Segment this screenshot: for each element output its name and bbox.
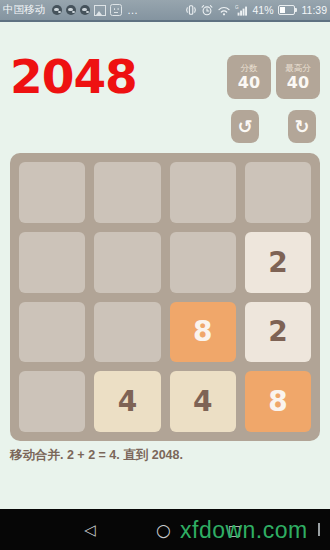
board-cell bbox=[170, 232, 236, 293]
board-cell bbox=[170, 162, 236, 223]
best-score-box: 最高分 40 bbox=[276, 55, 320, 99]
board-cell: 8 bbox=[245, 371, 311, 432]
status-bar: 中国移动 … G 41% 11:39 bbox=[0, 0, 330, 22]
undo-button[interactable]: ↺ bbox=[231, 110, 259, 143]
score-value: 40 bbox=[238, 74, 260, 91]
signal-icon: G bbox=[235, 5, 248, 16]
restart-button[interactable]: ↻ bbox=[288, 110, 316, 143]
wechat-icon bbox=[52, 5, 62, 15]
undo-icon: ↺ bbox=[237, 116, 252, 137]
board-cell bbox=[94, 302, 160, 363]
controls: ↺ ↻ bbox=[10, 110, 316, 143]
vibrate-icon bbox=[185, 4, 197, 16]
score-box: 分数 40 bbox=[227, 55, 271, 99]
board-cell: 4 bbox=[170, 371, 236, 432]
home-icon[interactable]: ○ bbox=[156, 520, 171, 540]
refresh-icon: ↻ bbox=[294, 116, 309, 137]
board-cell: 4 bbox=[94, 371, 160, 432]
best-score-value: 40 bbox=[287, 74, 309, 91]
text-caret bbox=[318, 523, 320, 536]
battery-percent-label: 41% bbox=[252, 4, 273, 16]
instructions-text: 移动合并. 2 + 2 = 4. 直到 2048. bbox=[10, 447, 320, 464]
board-cell bbox=[19, 232, 85, 293]
page-title: 2048 bbox=[10, 55, 137, 99]
svg-text:G: G bbox=[235, 5, 239, 10]
wechat-icon bbox=[66, 5, 76, 15]
alarm-icon bbox=[201, 4, 213, 16]
android-nav-bar: ◁ ○ □ xfdown.com bbox=[0, 509, 330, 550]
wechat-icon bbox=[80, 5, 90, 15]
header: 2048 分数 40 最高分 40 bbox=[10, 55, 320, 99]
board-cell bbox=[19, 162, 85, 223]
more-notifications-icon: … bbox=[127, 4, 139, 16]
battery-icon bbox=[278, 5, 295, 15]
back-icon[interactable]: ◁ bbox=[84, 521, 96, 539]
board-cell bbox=[19, 371, 85, 432]
gallery-icon bbox=[94, 5, 106, 16]
board-cell bbox=[94, 232, 160, 293]
board-cell bbox=[94, 162, 160, 223]
game-board[interactable]: 2 8 2 4 4 8 bbox=[10, 153, 320, 441]
carrier-label: 中国移动 bbox=[3, 3, 45, 17]
wifi-icon bbox=[217, 5, 231, 16]
board-cell: 8 bbox=[170, 302, 236, 363]
board-cell: 2 bbox=[245, 232, 311, 293]
board-cell: 2 bbox=[245, 302, 311, 363]
clock-label: 11:39 bbox=[302, 4, 328, 16]
app-icon bbox=[110, 4, 122, 16]
board-cell bbox=[19, 302, 85, 363]
watermark-text: xfdown.com bbox=[180, 516, 308, 543]
board-cell bbox=[245, 162, 311, 223]
